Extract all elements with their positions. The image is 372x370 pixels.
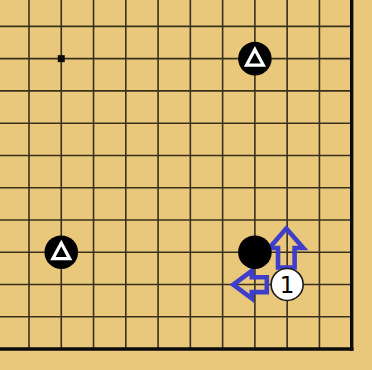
white-stone-R3: 1 bbox=[271, 268, 303, 300]
board-background bbox=[0, 0, 372, 370]
go-board[interactable]: 1 bbox=[0, 0, 372, 370]
black-stone-Q4 bbox=[238, 235, 272, 269]
go-board-diagram: 1 bbox=[0, 0, 372, 370]
black-stone-K4 bbox=[44, 235, 78, 269]
move-number-label: 1 bbox=[280, 272, 295, 298]
star-point-K10 bbox=[58, 55, 65, 62]
black-stone-Q10 bbox=[238, 42, 272, 76]
stone-body bbox=[238, 235, 272, 269]
